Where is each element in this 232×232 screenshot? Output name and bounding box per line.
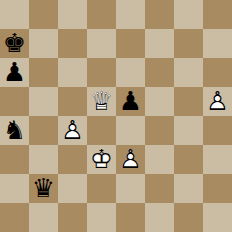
piece-white-pawn[interactable]: ♟♙	[58, 116, 87, 145]
square-g1[interactable]	[174, 203, 203, 232]
piece-black-queen[interactable]: ♛	[29, 174, 58, 203]
square-d4[interactable]	[87, 116, 116, 145]
square-h7[interactable]	[203, 29, 232, 58]
square-h6[interactable]	[203, 58, 232, 87]
square-b7[interactable]	[29, 29, 58, 58]
piece-white-pawn[interactable]: ♟♙	[203, 87, 232, 116]
white-pawn-glyph: ♙	[116, 145, 145, 174]
square-b3[interactable]	[29, 145, 58, 174]
square-b5[interactable]	[29, 87, 58, 116]
square-c7[interactable]	[58, 29, 87, 58]
square-f2[interactable]	[145, 174, 174, 203]
square-e7[interactable]	[116, 29, 145, 58]
square-c2[interactable]	[58, 174, 87, 203]
piece-white-queen[interactable]: ♛♕	[87, 87, 116, 116]
square-e4[interactable]	[116, 116, 145, 145]
white-queen-glyph: ♕	[87, 87, 116, 116]
square-d5[interactable]: ♛♕	[87, 87, 116, 116]
square-a1[interactable]	[0, 203, 29, 232]
square-c1[interactable]	[58, 203, 87, 232]
piece-black-king[interactable]: ♚	[0, 29, 29, 58]
black-pawn-glyph: ♟	[116, 87, 145, 116]
square-a7[interactable]: ♚	[0, 29, 29, 58]
square-h3[interactable]	[203, 145, 232, 174]
square-g8[interactable]	[174, 0, 203, 29]
black-knight-glyph: ♞	[0, 116, 29, 145]
square-g2[interactable]	[174, 174, 203, 203]
square-b2[interactable]: ♛	[29, 174, 58, 203]
square-c6[interactable]	[58, 58, 87, 87]
square-g7[interactable]	[174, 29, 203, 58]
square-d8[interactable]	[87, 0, 116, 29]
black-queen-glyph: ♛	[29, 174, 58, 203]
square-b8[interactable]	[29, 0, 58, 29]
piece-black-pawn[interactable]: ♟	[0, 58, 29, 87]
square-h5[interactable]: ♟♙	[203, 87, 232, 116]
square-f8[interactable]	[145, 0, 174, 29]
square-d3[interactable]: ♚♔	[87, 145, 116, 174]
square-a5[interactable]	[0, 87, 29, 116]
piece-white-pawn[interactable]: ♟♙	[116, 145, 145, 174]
square-e8[interactable]	[116, 0, 145, 29]
square-e1[interactable]	[116, 203, 145, 232]
square-e2[interactable]	[116, 174, 145, 203]
square-d7[interactable]	[87, 29, 116, 58]
square-h8[interactable]	[203, 0, 232, 29]
square-h4[interactable]	[203, 116, 232, 145]
white-pawn-glyph: ♙	[203, 87, 232, 116]
square-b6[interactable]	[29, 58, 58, 87]
square-a8[interactable]	[0, 0, 29, 29]
square-f7[interactable]	[145, 29, 174, 58]
piece-black-knight[interactable]: ♞	[0, 116, 29, 145]
square-f6[interactable]	[145, 58, 174, 87]
square-h1[interactable]	[203, 203, 232, 232]
square-c8[interactable]	[58, 0, 87, 29]
square-b1[interactable]	[29, 203, 58, 232]
square-f3[interactable]	[145, 145, 174, 174]
square-g3[interactable]	[174, 145, 203, 174]
black-king-glyph: ♚	[0, 29, 29, 58]
square-g6[interactable]	[174, 58, 203, 87]
square-c4[interactable]: ♟♙	[58, 116, 87, 145]
square-d1[interactable]	[87, 203, 116, 232]
square-g5[interactable]	[174, 87, 203, 116]
square-g4[interactable]	[174, 116, 203, 145]
square-e3[interactable]: ♟♙	[116, 145, 145, 174]
square-e5[interactable]: ♟	[116, 87, 145, 116]
piece-white-king[interactable]: ♚♔	[87, 145, 116, 174]
chess-board: ♚♟♛♕♟♟♙♞♟♙♚♔♟♙♛	[0, 0, 232, 232]
square-h2[interactable]	[203, 174, 232, 203]
black-pawn-glyph: ♟	[0, 58, 29, 87]
square-a4[interactable]: ♞	[0, 116, 29, 145]
square-d6[interactable]	[87, 58, 116, 87]
square-a3[interactable]	[0, 145, 29, 174]
white-king-glyph: ♔	[87, 145, 116, 174]
square-c3[interactable]	[58, 145, 87, 174]
piece-black-pawn[interactable]: ♟	[116, 87, 145, 116]
square-a2[interactable]	[0, 174, 29, 203]
square-f5[interactable]	[145, 87, 174, 116]
white-pawn-glyph: ♙	[58, 116, 87, 145]
square-a6[interactable]: ♟	[0, 58, 29, 87]
square-f1[interactable]	[145, 203, 174, 232]
square-c5[interactable]	[58, 87, 87, 116]
square-e6[interactable]	[116, 58, 145, 87]
square-f4[interactable]	[145, 116, 174, 145]
square-d2[interactable]	[87, 174, 116, 203]
square-b4[interactable]	[29, 116, 58, 145]
